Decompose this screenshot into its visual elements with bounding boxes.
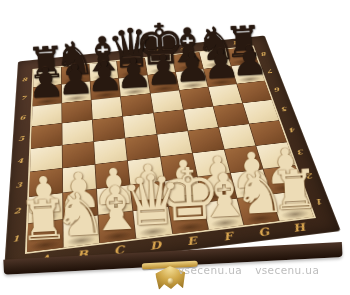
square-h5[interactable]: [243, 100, 279, 123]
file-label-g: G: [244, 223, 284, 242]
square-d6[interactable]: [121, 94, 152, 116]
square-a6[interactable]: [32, 104, 62, 127]
board-scene: AABBCCDDEEFFGGHH1122334455667788♜♞♝♛♚♝♞♜…: [0, 0, 345, 261]
square-f6[interactable]: [179, 87, 212, 109]
board-perspective-wrapper: AABBCCDDEEFFGGHH1122334455667788♜♞♝♛♚♝♞♜…: [0, 0, 350, 295]
white-rook[interactable]: ♜: [17, 192, 69, 250]
square-d5[interactable]: [123, 114, 156, 138]
file-label-h: H: [279, 219, 319, 237]
square-e6[interactable]: [150, 91, 182, 113]
file-label-e: E: [173, 232, 212, 251]
chess-board: AABBCCDDEEFFGGHH1122334455667788♜♞♝♛♚♝♞♜…: [4, 35, 341, 273]
square-a1[interactable]: ♜: [27, 220, 63, 252]
square-g5[interactable]: [213, 103, 248, 126]
rank-label-5: 5: [12, 127, 30, 151]
rank-label-6: 6: [14, 107, 31, 129]
square-b6[interactable]: [62, 100, 92, 123]
square-f5[interactable]: [184, 107, 218, 130]
square-e5[interactable]: [154, 110, 187, 134]
square-a5[interactable]: [31, 124, 62, 148]
square-h6[interactable]: [237, 81, 271, 103]
chess-set-photo: AABBCCDDEEFFGGHH1122334455667788♜♞♝♛♚♝♞♜…: [0, 0, 350, 295]
watermark-text: vsecenu.ua: [255, 264, 319, 276]
square-g6[interactable]: [208, 84, 242, 106]
square-c5[interactable]: [93, 117, 125, 141]
square-c6[interactable]: [92, 97, 123, 120]
watermark: vsecenu.uavsecenu.ua: [178, 264, 332, 276]
watermark-text: vsecenu.ua: [178, 264, 242, 276]
square-b5[interactable]: [62, 120, 93, 144]
black-pawn[interactable]: ♟: [26, 61, 65, 104]
